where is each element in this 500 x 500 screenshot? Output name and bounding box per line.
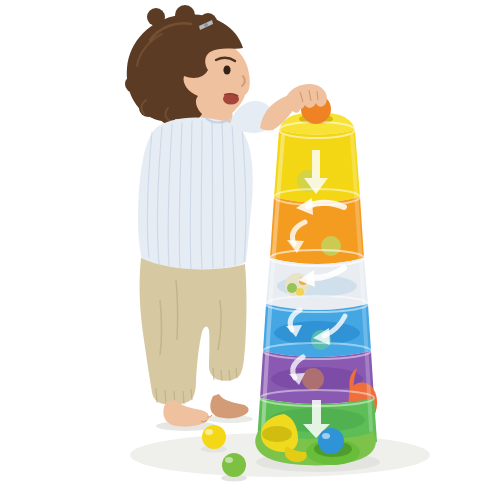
scene-illustration <box>0 0 500 500</box>
ball-inside-purple-tier <box>302 368 324 390</box>
studio-background <box>0 0 500 500</box>
beach-ball-patch-green <box>287 283 297 293</box>
yellow-ball-highlight <box>205 429 213 435</box>
hair-clip-dot <box>204 23 208 27</box>
green-floor-ball <box>222 453 246 477</box>
blue-ball-highlight <box>322 433 330 439</box>
green-ball-highlight <box>225 457 233 463</box>
ball-inside-orange-tier <box>321 236 341 256</box>
hair-curl <box>175 5 195 25</box>
hair-curl <box>125 75 143 93</box>
photo-canvas <box>0 0 500 500</box>
eye <box>223 65 230 74</box>
left-tray-cup <box>262 426 292 442</box>
blue-ball-in-tray <box>318 428 344 454</box>
beach-ball-patch-yellow <box>296 288 304 296</box>
hair-curl <box>147 8 165 26</box>
tier-orange-cup <box>270 197 364 264</box>
shirt-stripe <box>212 120 213 268</box>
yellow-floor-ball <box>202 425 226 449</box>
